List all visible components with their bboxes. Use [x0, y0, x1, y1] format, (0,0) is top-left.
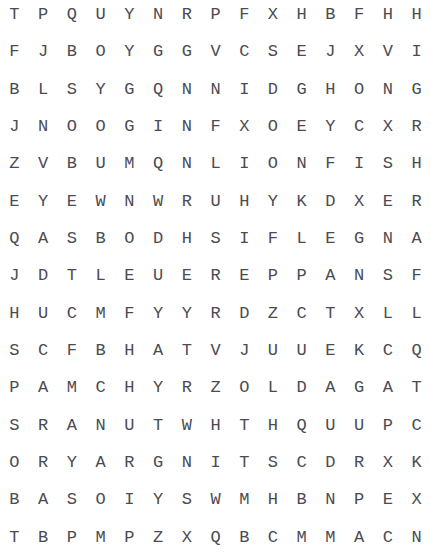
grid-cell[interactable]: O — [86, 481, 115, 518]
grid-cell[interactable]: R — [402, 183, 431, 220]
grid-cell[interactable]: E — [316, 220, 345, 257]
grid-cell[interactable]: G — [402, 71, 431, 108]
grid-cell[interactable]: C — [374, 519, 403, 556]
grid-cell[interactable]: G — [345, 369, 374, 406]
grid-cell[interactable]: B — [230, 519, 259, 556]
grid-cell[interactable]: A — [345, 519, 374, 556]
grid-cell[interactable]: D — [287, 369, 316, 406]
grid-cell[interactable]: C — [57, 295, 86, 332]
grid-cell[interactable]: S — [201, 220, 230, 257]
grid-cell[interactable]: U — [144, 257, 173, 294]
grid-cell[interactable]: Z — [201, 369, 230, 406]
grid-cell[interactable]: P — [57, 519, 86, 556]
grid-cell[interactable]: E — [172, 257, 201, 294]
grid-cell[interactable]: J — [316, 33, 345, 70]
grid-cell[interactable]: P — [29, 0, 58, 33]
grid-cell[interactable]: T — [0, 0, 29, 33]
grid-cell[interactable]: N — [374, 71, 403, 108]
grid-cell[interactable]: I — [402, 33, 431, 70]
grid-cell[interactable]: Q — [402, 332, 431, 369]
grid-cell[interactable]: U — [86, 145, 115, 182]
grid-cell[interactable]: N — [86, 407, 115, 444]
grid-cell[interactable]: N — [172, 444, 201, 481]
grid-cell[interactable]: Q — [144, 71, 173, 108]
grid-cell[interactable]: G — [115, 108, 144, 145]
grid-cell[interactable]: O — [115, 220, 144, 257]
grid-cell[interactable]: S — [374, 145, 403, 182]
grid-cell[interactable]: M — [316, 519, 345, 556]
grid-cell[interactable]: N — [172, 71, 201, 108]
grid-cell[interactable]: T — [230, 407, 259, 444]
grid-cell[interactable]: S — [57, 481, 86, 518]
grid-cell[interactable]: O — [230, 369, 259, 406]
grid-cell[interactable]: E — [316, 332, 345, 369]
grid-cell[interactable]: D — [259, 71, 288, 108]
grid-cell[interactable]: Y — [316, 108, 345, 145]
grid-cell[interactable]: Q — [287, 407, 316, 444]
grid-cell[interactable]: O — [86, 108, 115, 145]
grid-cell[interactable]: A — [316, 369, 345, 406]
grid-cell[interactable]: N — [172, 145, 201, 182]
grid-cell[interactable]: Q — [57, 0, 86, 33]
grid-cell[interactable]: Y — [144, 369, 173, 406]
grid-cell[interactable]: N — [345, 257, 374, 294]
grid-cell[interactable]: T — [172, 332, 201, 369]
grid-cell[interactable]: Y — [57, 444, 86, 481]
grid-cell[interactable]: X — [374, 444, 403, 481]
grid-cell[interactable]: C — [374, 332, 403, 369]
grid-cell[interactable]: C — [287, 295, 316, 332]
grid-cell[interactable]: N — [402, 519, 431, 556]
grid-cell[interactable]: E — [374, 481, 403, 518]
grid-cell[interactable]: B — [57, 145, 86, 182]
grid-cell[interactable]: J — [29, 33, 58, 70]
grid-cell[interactable]: W — [201, 481, 230, 518]
grid-cell[interactable]: R — [172, 369, 201, 406]
grid-cell[interactable]: P — [287, 257, 316, 294]
grid-cell[interactable]: O — [259, 145, 288, 182]
grid-cell[interactable]: G — [287, 71, 316, 108]
grid-cell[interactable]: D — [316, 444, 345, 481]
grid-cell[interactable]: E — [230, 257, 259, 294]
grid-cell[interactable]: R — [172, 0, 201, 33]
grid-cell[interactable]: O — [86, 33, 115, 70]
grid-cell[interactable]: F — [0, 33, 29, 70]
grid-cell[interactable]: X — [402, 481, 431, 518]
grid-cell[interactable]: D — [316, 183, 345, 220]
grid-cell[interactable]: R — [172, 183, 201, 220]
grid-cell[interactable]: G — [144, 33, 173, 70]
grid-cell[interactable]: Z — [0, 145, 29, 182]
grid-cell[interactable]: N — [316, 481, 345, 518]
grid-cell[interactable]: G — [144, 444, 173, 481]
grid-cell[interactable]: T — [316, 295, 345, 332]
grid-cell[interactable]: N — [144, 0, 173, 33]
grid-cell[interactable]: J — [230, 332, 259, 369]
grid-cell[interactable]: X — [259, 0, 288, 33]
grid-cell[interactable]: W — [172, 407, 201, 444]
grid-cell[interactable]: V — [201, 332, 230, 369]
word-search-grid: TPQUYNRPFXHBFHHFJBOYGGVCSEJXVIBLSYGQNNID… — [0, 0, 431, 560]
grid-cell[interactable]: M — [86, 519, 115, 556]
grid-cell[interactable]: A — [29, 369, 58, 406]
grid-cell[interactable]: P — [0, 369, 29, 406]
grid-cell[interactable]: I — [230, 71, 259, 108]
grid-cell[interactable]: U — [29, 295, 58, 332]
grid-cell[interactable]: R — [402, 108, 431, 145]
grid-cell[interactable]: I — [230, 145, 259, 182]
grid-cell[interactable]: N — [201, 71, 230, 108]
grid-cell[interactable]: W — [144, 183, 173, 220]
grid-cell[interactable]: L — [402, 295, 431, 332]
grid-cell[interactable]: J — [0, 108, 29, 145]
grid-cell[interactable]: N — [29, 108, 58, 145]
grid-cell[interactable]: L — [287, 220, 316, 257]
grid-cell[interactable]: E — [374, 183, 403, 220]
grid-cell[interactable]: U — [86, 0, 115, 33]
grid-cell[interactable]: P — [201, 0, 230, 33]
grid-cell[interactable]: A — [402, 220, 431, 257]
grid-cell[interactable]: H — [201, 407, 230, 444]
grid-cell[interactable]: Q — [201, 519, 230, 556]
grid-cell[interactable]: A — [57, 407, 86, 444]
grid-cell[interactable]: H — [259, 407, 288, 444]
grid-cell[interactable]: I — [230, 220, 259, 257]
grid-cell[interactable]: E — [287, 108, 316, 145]
grid-cell[interactable]: B — [316, 0, 345, 33]
grid-cell[interactable]: Z — [144, 519, 173, 556]
grid-cell[interactable]: X — [345, 183, 374, 220]
grid-cell[interactable]: P — [259, 257, 288, 294]
grid-cell[interactable]: H — [0, 295, 29, 332]
grid-cell[interactable]: Y — [86, 71, 115, 108]
grid-cell[interactable]: X — [230, 108, 259, 145]
grid-cell[interactable]: A — [144, 332, 173, 369]
grid-cell[interactable]: B — [86, 332, 115, 369]
grid-cell[interactable]: D — [144, 220, 173, 257]
grid-cell[interactable]: W — [86, 183, 115, 220]
grid-cell[interactable]: F — [57, 332, 86, 369]
grid-cell[interactable]: A — [86, 444, 115, 481]
grid-cell[interactable]: F — [402, 257, 431, 294]
grid-cell[interactable]: C — [259, 519, 288, 556]
grid-cell[interactable]: B — [29, 519, 58, 556]
grid-cell[interactable]: B — [0, 71, 29, 108]
grid-cell[interactable]: H — [402, 145, 431, 182]
grid-cell[interactable]: A — [29, 220, 58, 257]
grid-cell[interactable]: M — [57, 369, 86, 406]
grid-cell[interactable]: Y — [115, 0, 144, 33]
grid-cell[interactable]: O — [0, 444, 29, 481]
grid-cell[interactable]: S — [0, 332, 29, 369]
grid-cell[interactable]: U — [115, 407, 144, 444]
grid-cell[interactable]: Y — [172, 295, 201, 332]
grid-cell[interactable]: S — [172, 481, 201, 518]
grid-cell[interactable]: X — [374, 108, 403, 145]
grid-cell[interactable]: B — [0, 481, 29, 518]
grid-cell[interactable]: Y — [144, 481, 173, 518]
grid-cell[interactable]: M — [86, 295, 115, 332]
grid-cell[interactable]: I — [345, 145, 374, 182]
grid-cell[interactable]: P — [374, 407, 403, 444]
grid-cell[interactable]: I — [115, 481, 144, 518]
grid-cell[interactable]: T — [402, 369, 431, 406]
grid-cell[interactable]: S — [259, 444, 288, 481]
grid-cell[interactable]: O — [345, 71, 374, 108]
grid-cell[interactable]: U — [259, 332, 288, 369]
grid-cell[interactable]: C — [402, 407, 431, 444]
grid-cell[interactable]: C — [287, 444, 316, 481]
grid-cell[interactable]: E — [0, 183, 29, 220]
grid-cell[interactable]: V — [374, 33, 403, 70]
grid-cell[interactable]: H — [172, 220, 201, 257]
grid-cell[interactable]: B — [287, 481, 316, 518]
grid-cell[interactable]: H — [374, 0, 403, 33]
grid-cell[interactable]: U — [287, 332, 316, 369]
grid-cell[interactable]: M — [115, 145, 144, 182]
grid-cell[interactable]: B — [86, 220, 115, 257]
grid-cell[interactable]: L — [259, 369, 288, 406]
grid-cell[interactable]: K — [345, 332, 374, 369]
grid-cell[interactable]: P — [345, 481, 374, 518]
grid-cell[interactable]: F — [115, 295, 144, 332]
grid-cell[interactable]: V — [201, 33, 230, 70]
grid-cell[interactable]: S — [57, 71, 86, 108]
grid-cell[interactable]: I — [201, 444, 230, 481]
grid-cell[interactable]: N — [115, 183, 144, 220]
grid-cell[interactable]: X — [345, 295, 374, 332]
grid-cell[interactable]: Q — [0, 220, 29, 257]
grid-cell[interactable]: M — [230, 481, 259, 518]
grid-cell[interactable]: A — [29, 481, 58, 518]
grid-cell[interactable]: H — [115, 369, 144, 406]
grid-cell[interactable]: N — [374, 220, 403, 257]
grid-cell[interactable]: T — [57, 257, 86, 294]
grid-cell[interactable]: G — [172, 33, 201, 70]
grid-cell[interactable]: N — [172, 108, 201, 145]
grid-cell[interactable]: H — [316, 71, 345, 108]
grid-cell[interactable]: H — [287, 0, 316, 33]
grid-cell[interactable]: D — [230, 295, 259, 332]
grid-cell[interactable]: A — [374, 369, 403, 406]
grid-cell[interactable]: R — [201, 257, 230, 294]
grid-cell[interactable]: I — [144, 108, 173, 145]
grid-cell[interactable]: S — [0, 407, 29, 444]
grid-cell[interactable]: Y — [115, 33, 144, 70]
grid-cell[interactable]: C — [29, 332, 58, 369]
grid-cell[interactable]: X — [345, 33, 374, 70]
grid-cell[interactable]: Z — [259, 295, 288, 332]
grid-cell[interactable]: L — [374, 295, 403, 332]
grid-cell[interactable]: F — [345, 0, 374, 33]
grid-cell[interactable]: F — [201, 108, 230, 145]
grid-cell[interactable]: H — [230, 183, 259, 220]
grid-cell[interactable]: U — [345, 407, 374, 444]
grid-cell[interactable]: E — [57, 183, 86, 220]
grid-cell[interactable]: N — [287, 145, 316, 182]
grid-cell[interactable]: C — [230, 33, 259, 70]
grid-cell[interactable]: T — [144, 407, 173, 444]
grid-cell[interactable]: K — [287, 183, 316, 220]
grid-cell[interactable]: L — [86, 257, 115, 294]
grid-cell[interactable]: B — [57, 33, 86, 70]
grid-cell[interactable]: S — [57, 220, 86, 257]
grid-cell[interactable]: Y — [144, 295, 173, 332]
grid-cell[interactable]: E — [115, 257, 144, 294]
grid-cell[interactable]: K — [402, 444, 431, 481]
grid-cell[interactable]: G — [115, 71, 144, 108]
grid-cell[interactable]: O — [57, 108, 86, 145]
grid-cell[interactable]: H — [259, 481, 288, 518]
grid-cell[interactable]: H — [115, 332, 144, 369]
grid-cell[interactable]: G — [345, 220, 374, 257]
grid-cell[interactable]: L — [29, 71, 58, 108]
grid-cell[interactable]: U — [316, 407, 345, 444]
grid-cell[interactable]: C — [86, 369, 115, 406]
grid-cell[interactable]: R — [201, 295, 230, 332]
grid-cell[interactable]: D — [29, 257, 58, 294]
grid-cell[interactable]: X — [172, 519, 201, 556]
grid-cell[interactable]: V — [29, 145, 58, 182]
grid-cell[interactable]: R — [345, 444, 374, 481]
grid-cell[interactable]: A — [316, 257, 345, 294]
grid-cell[interactable]: T — [0, 519, 29, 556]
grid-cell[interactable]: S — [259, 33, 288, 70]
grid-cell[interactable]: R — [115, 444, 144, 481]
grid-cell[interactable]: F — [259, 220, 288, 257]
grid-cell[interactable]: O — [259, 108, 288, 145]
grid-cell[interactable]: R — [29, 444, 58, 481]
grid-cell[interactable]: P — [115, 519, 144, 556]
grid-cell[interactable]: S — [374, 257, 403, 294]
grid-cell[interactable]: L — [201, 145, 230, 182]
grid-cell[interactable]: E — [287, 33, 316, 70]
grid-cell[interactable]: Y — [29, 183, 58, 220]
grid-cell[interactable]: F — [316, 145, 345, 182]
grid-cell[interactable]: T — [230, 444, 259, 481]
grid-cell[interactable]: Y — [259, 183, 288, 220]
grid-cell[interactable]: U — [201, 183, 230, 220]
grid-cell[interactable]: Q — [144, 145, 173, 182]
grid-cell[interactable]: R — [29, 407, 58, 444]
grid-cell[interactable]: M — [287, 519, 316, 556]
grid-cell[interactable]: H — [402, 0, 431, 33]
grid-cell[interactable]: F — [230, 0, 259, 33]
grid-cell[interactable]: C — [345, 108, 374, 145]
grid-cell[interactable]: J — [0, 257, 29, 294]
